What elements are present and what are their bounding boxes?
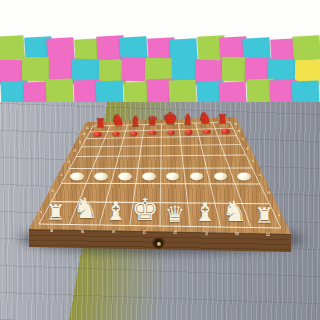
white-pawn-bia bbox=[190, 172, 204, 180]
red-queen-met: ♛ bbox=[147, 115, 158, 127]
white-knight: ♞ bbox=[73, 196, 99, 225]
white-king: ♚ bbox=[131, 195, 158, 225]
white-rook: ♜ bbox=[46, 201, 65, 223]
white-bishop-khon: ♝ bbox=[193, 200, 216, 226]
white-pawn-bia bbox=[118, 172, 132, 180]
red-pawn-bia bbox=[112, 132, 119, 136]
red-king: ♚ bbox=[163, 111, 178, 127]
red-rook: ♜ bbox=[217, 114, 227, 126]
white-pawn-bia bbox=[166, 172, 180, 180]
white-pawn-bia bbox=[70, 172, 84, 180]
red-knight: ♞ bbox=[198, 111, 212, 126]
red-bishop-khon: ♝ bbox=[129, 114, 141, 128]
photo-stage: ๑๒๓๔๕๖๗๘๑๑๒๒๓๓๔๔๕๕๖๖๗๗๘๘ ♜♞♝♛♚♝♞♜♜♞♝♚♛♝♞… bbox=[0, 0, 320, 320]
pieces-layer: ♜♞♝♛♚♝♞♜♜♞♝♚♛♝♞♜ bbox=[0, 0, 320, 320]
red-pawn-bia bbox=[203, 129, 210, 133]
white-pawn-bia bbox=[94, 172, 108, 180]
red-pawn-bia bbox=[149, 131, 156, 135]
red-pawn-bia bbox=[94, 132, 101, 136]
white-queen-met: ♛ bbox=[165, 202, 185, 225]
red-rook: ♜ bbox=[95, 117, 105, 129]
white-knight: ♞ bbox=[222, 198, 248, 227]
white-bishop-khon: ♝ bbox=[104, 199, 127, 225]
white-pawn-bia bbox=[238, 172, 252, 180]
red-pawn-bia bbox=[185, 130, 192, 134]
white-pawn-bia bbox=[142, 172, 156, 180]
white-pawn-bia bbox=[214, 172, 228, 180]
white-rook: ♜ bbox=[255, 205, 274, 227]
red-pawn-bia bbox=[167, 130, 174, 134]
red-knight: ♞ bbox=[111, 113, 125, 128]
red-bishop-khon: ♝ bbox=[181, 113, 193, 127]
red-pawn-bia bbox=[130, 131, 137, 135]
red-pawn-bia bbox=[222, 129, 229, 133]
